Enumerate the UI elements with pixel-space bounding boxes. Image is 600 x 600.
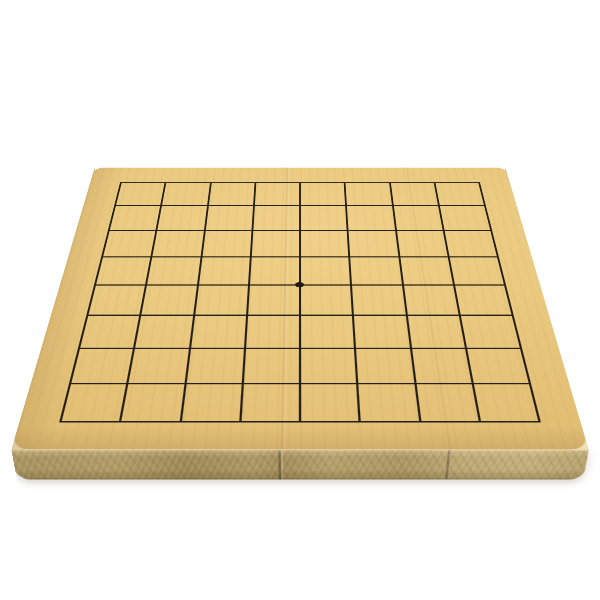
grid-cell bbox=[405, 315, 464, 348]
grid-cell bbox=[354, 347, 414, 382]
grid-cell bbox=[140, 284, 197, 314]
grid-cell bbox=[248, 256, 299, 284]
grid-cell bbox=[352, 315, 409, 348]
grid-cell bbox=[299, 347, 356, 382]
grid-cell bbox=[392, 205, 443, 230]
grid-cell bbox=[414, 383, 479, 421]
grid-cell bbox=[250, 230, 299, 256]
grid-cell bbox=[344, 182, 392, 205]
grid-cell bbox=[184, 347, 244, 382]
grid-cell bbox=[389, 182, 438, 205]
grid-cell bbox=[101, 230, 155, 256]
board-front-edge bbox=[11, 450, 589, 480]
grid-cell bbox=[86, 284, 145, 314]
grid-cell bbox=[442, 230, 496, 256]
grid-cell bbox=[464, 347, 528, 382]
grid-cell bbox=[119, 383, 184, 421]
grid-cell bbox=[299, 284, 352, 314]
grid-cell bbox=[179, 383, 241, 421]
star-point-tengen bbox=[294, 282, 303, 287]
grid-cell bbox=[204, 205, 253, 230]
grid-cell bbox=[253, 182, 299, 205]
grid-cell bbox=[197, 256, 250, 284]
grid-cell bbox=[299, 205, 347, 230]
grid-cell bbox=[108, 205, 160, 230]
grid-cell bbox=[401, 284, 458, 314]
grid-cell bbox=[244, 315, 299, 348]
grid-cell bbox=[59, 383, 126, 421]
grid-cell bbox=[458, 315, 519, 348]
grid-cell bbox=[348, 256, 401, 284]
grid-cell bbox=[345, 205, 394, 230]
grid-cell bbox=[299, 230, 348, 256]
grid-cell bbox=[241, 347, 298, 382]
grid-cell bbox=[438, 205, 490, 230]
grid-cell bbox=[69, 347, 133, 382]
grid-cell bbox=[356, 383, 418, 421]
grid-cell bbox=[251, 205, 299, 230]
grid-cell bbox=[156, 205, 207, 230]
grid-cell bbox=[239, 383, 299, 421]
grid-cell bbox=[127, 347, 189, 382]
grid-cell bbox=[145, 256, 200, 284]
grid-cell bbox=[299, 182, 345, 205]
grid-cell bbox=[299, 383, 359, 421]
grid-cell bbox=[193, 284, 248, 314]
grid-cell bbox=[409, 347, 471, 382]
grid-cell bbox=[447, 256, 504, 284]
grid-cell bbox=[471, 383, 538, 421]
grid-cell bbox=[299, 256, 350, 284]
grid-cell bbox=[398, 256, 453, 284]
grid-cell bbox=[160, 182, 209, 205]
grid-cell bbox=[347, 230, 398, 256]
grid-cell bbox=[207, 182, 255, 205]
grid-cell bbox=[78, 315, 139, 348]
board-top-surface bbox=[11, 168, 589, 450]
go-board bbox=[11, 168, 589, 450]
grid-cell bbox=[114, 182, 165, 205]
grid-cell bbox=[246, 284, 299, 314]
goban-grid bbox=[59, 182, 541, 422]
grid-cell bbox=[350, 284, 405, 314]
grid-cell bbox=[453, 284, 512, 314]
grid-cell bbox=[200, 230, 251, 256]
grid-cell bbox=[395, 230, 448, 256]
photo-background bbox=[0, 0, 600, 600]
grid-cell bbox=[151, 230, 204, 256]
grid-cell bbox=[94, 256, 151, 284]
grid-cell bbox=[299, 315, 354, 348]
grid-cell bbox=[133, 315, 192, 348]
grid-cell bbox=[433, 182, 484, 205]
grid-cell bbox=[189, 315, 246, 348]
